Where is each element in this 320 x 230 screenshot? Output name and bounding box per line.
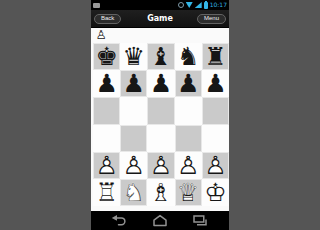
white-pawn: ♟♙ — [175, 152, 202, 179]
square-b4[interactable] — [120, 97, 147, 124]
square-e5[interactable]: ♟ — [202, 70, 229, 97]
navigation-bar — [91, 211, 229, 230]
status-bar: 10:17 — [91, 0, 229, 10]
square-c4[interactable] — [147, 97, 174, 124]
turn-indicator: ♟♙ — [94, 28, 108, 42]
square-a2[interactable]: ♟♙ — [93, 152, 120, 179]
phone-screen: 10:17 Game Back Menu ♟♙ ♚♛♝♞♜♟♟♟♟♟♟♙♟♙♟♙… — [91, 0, 229, 230]
app-bar: Game Back Menu — [91, 10, 229, 28]
square-c1[interactable]: ♝♗ — [147, 179, 174, 206]
square-d3[interactable] — [175, 125, 202, 152]
square-b1[interactable]: ♞♘ — [120, 179, 147, 206]
square-c2[interactable]: ♟♙ — [147, 152, 174, 179]
square-b2[interactable]: ♟♙ — [120, 152, 147, 179]
white-king: ♚♔ — [202, 179, 229, 206]
square-d6[interactable]: ♞ — [175, 43, 202, 70]
back-button[interactable]: Back — [94, 14, 121, 24]
square-e3[interactable] — [202, 125, 229, 152]
square-d4[interactable] — [175, 97, 202, 124]
black-pawn: ♟ — [93, 70, 120, 97]
board[interactable]: ♚♛♝♞♜♟♟♟♟♟♟♙♟♙♟♙♟♙♟♙♜♖♞♘♝♗♛♕♚♔ — [93, 43, 229, 206]
square-e1[interactable]: ♚♔ — [202, 179, 229, 206]
square-a6[interactable]: ♚ — [93, 43, 120, 70]
white-pawn: ♟♙ — [93, 152, 120, 179]
white-queen: ♛♕ — [175, 179, 202, 206]
white-pawn: ♟♙ — [120, 152, 147, 179]
back-icon[interactable] — [110, 214, 130, 228]
square-a4[interactable] — [93, 97, 120, 124]
square-b3[interactable] — [120, 125, 147, 152]
circle-icon — [178, 2, 184, 8]
wifi-icon — [186, 2, 193, 8]
home-icon[interactable] — [150, 214, 170, 228]
white-knight: ♞♘ — [120, 179, 147, 206]
square-c5[interactable]: ♟ — [147, 70, 174, 97]
square-c6[interactable]: ♝ — [147, 43, 174, 70]
white-bishop: ♝♗ — [147, 179, 174, 206]
square-d1[interactable]: ♛♕ — [175, 179, 202, 206]
black-pawn: ♟ — [202, 70, 229, 97]
black-pawn: ♟ — [175, 70, 202, 97]
white-pawn: ♟♙ — [202, 152, 229, 179]
square-c3[interactable] — [147, 125, 174, 152]
black-rook: ♜ — [202, 43, 229, 70]
square-d2[interactable]: ♟♙ — [175, 152, 202, 179]
battery-icon — [204, 2, 208, 9]
square-e4[interactable] — [202, 97, 229, 124]
square-a1[interactable]: ♜♖ — [93, 179, 120, 206]
black-queen: ♛ — [120, 43, 147, 70]
square-b6[interactable]: ♛ — [120, 43, 147, 70]
square-d5[interactable]: ♟ — [175, 70, 202, 97]
square-b5[interactable]: ♟ — [120, 70, 147, 97]
white-pawn: ♟♙ — [147, 152, 174, 179]
black-bishop: ♝ — [147, 43, 174, 70]
recents-icon[interactable] — [190, 214, 210, 228]
status-icons: 10:17 — [178, 0, 229, 10]
black-knight: ♞ — [175, 43, 202, 70]
notification-icon — [93, 3, 100, 8]
signal-icon — [195, 2, 202, 8]
white-rook: ♜♖ — [93, 179, 120, 206]
black-pawn: ♟ — [120, 70, 147, 97]
white-pawn: ♟♙ — [94, 28, 108, 42]
black-pawn: ♟ — [147, 70, 174, 97]
square-e2[interactable]: ♟♙ — [202, 152, 229, 179]
square-e6[interactable]: ♜ — [202, 43, 229, 70]
menu-button[interactable]: Menu — [197, 14, 226, 24]
square-a5[interactable]: ♟ — [93, 70, 120, 97]
square-a3[interactable] — [93, 125, 120, 152]
clock: 10:17 — [210, 0, 227, 10]
black-king: ♚ — [93, 43, 120, 70]
